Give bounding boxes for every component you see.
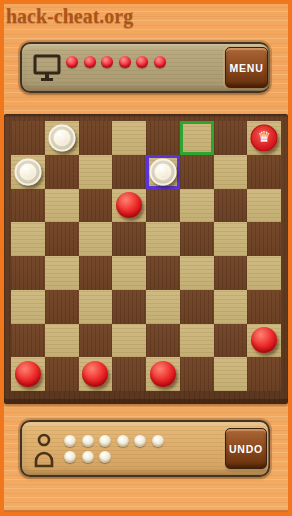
opponent-panel: MENU xyxy=(20,42,270,93)
captured-white-dot xyxy=(64,451,76,463)
square-f3[interactable] xyxy=(180,290,214,324)
white-man-b8[interactable] xyxy=(48,124,75,151)
square-d8[interactable] xyxy=(112,121,146,155)
square-h5[interactable] xyxy=(247,222,281,256)
square-a1[interactable] xyxy=(11,357,45,391)
square-b1[interactable] xyxy=(45,357,79,391)
square-c2[interactable] xyxy=(79,324,113,358)
player-captured-dots-row-1 xyxy=(64,435,164,447)
captured-red-dot xyxy=(154,56,166,68)
square-a5[interactable] xyxy=(11,222,45,256)
white-man-e7[interactable] xyxy=(149,158,176,185)
captured-white-dot xyxy=(64,435,76,447)
square-e1[interactable] xyxy=(146,357,180,391)
square-e7[interactable] xyxy=(146,155,180,189)
square-f2[interactable] xyxy=(180,324,214,358)
square-a2[interactable] xyxy=(11,324,45,358)
captured-white-dot xyxy=(82,435,94,447)
square-c7[interactable] xyxy=(79,155,113,189)
captured-white-dot xyxy=(82,451,94,463)
square-h4[interactable] xyxy=(247,256,281,290)
square-f6[interactable] xyxy=(180,189,214,223)
player-panel: UNDO xyxy=(20,420,270,477)
square-g1[interactable] xyxy=(214,357,248,391)
app-screen: hack-cheat.org MENU ♛ UNDO xyxy=(0,0,292,516)
square-g7[interactable] xyxy=(214,155,248,189)
square-g4[interactable] xyxy=(214,256,248,290)
captured-red-dot xyxy=(101,56,113,68)
captured-white-dot xyxy=(99,451,111,463)
board-grid: ♛ xyxy=(11,121,281,391)
captured-red-dot xyxy=(119,56,131,68)
square-a6[interactable] xyxy=(11,189,45,223)
square-g6[interactable] xyxy=(214,189,248,223)
undo-button[interactable]: UNDO xyxy=(225,428,267,469)
square-d6[interactable] xyxy=(112,189,146,223)
captured-red-dot xyxy=(84,56,96,68)
square-f7[interactable] xyxy=(180,155,214,189)
square-g5[interactable] xyxy=(214,222,248,256)
square-g2[interactable] xyxy=(214,324,248,358)
white-man-a7[interactable] xyxy=(14,158,41,185)
menu-button[interactable]: MENU xyxy=(225,47,268,88)
square-b6[interactable] xyxy=(45,189,79,223)
square-g8[interactable] xyxy=(214,121,248,155)
captured-white-dot xyxy=(152,435,164,447)
captured-red-dot xyxy=(136,56,148,68)
monitor-icon xyxy=(33,53,61,83)
red-man-a1[interactable] xyxy=(15,361,41,387)
square-e5[interactable] xyxy=(146,222,180,256)
captured-red-dot xyxy=(66,56,78,68)
red-man-h2[interactable] xyxy=(251,327,277,353)
square-b8[interactable] xyxy=(45,121,79,155)
square-d3[interactable] xyxy=(112,290,146,324)
square-h6[interactable] xyxy=(247,189,281,223)
captured-white-dot xyxy=(99,435,111,447)
move-target-highlight xyxy=(180,121,214,155)
square-c3[interactable] xyxy=(79,290,113,324)
square-g3[interactable] xyxy=(214,290,248,324)
square-a3[interactable] xyxy=(11,290,45,324)
captured-white-dot xyxy=(117,435,129,447)
square-a8[interactable] xyxy=(11,121,45,155)
crown-icon: ♛ xyxy=(257,130,270,145)
captured-white-dot xyxy=(134,435,146,447)
square-d4[interactable] xyxy=(112,256,146,290)
square-c4[interactable] xyxy=(79,256,113,290)
square-c1[interactable] xyxy=(79,357,113,391)
square-a4[interactable] xyxy=(11,256,45,290)
square-b4[interactable] xyxy=(45,256,79,290)
red-man-e1[interactable] xyxy=(150,361,176,387)
square-e4[interactable] xyxy=(146,256,180,290)
square-f8[interactable] xyxy=(180,121,214,155)
square-c5[interactable] xyxy=(79,222,113,256)
red-man-c1[interactable] xyxy=(82,361,108,387)
square-f1[interactable] xyxy=(180,357,214,391)
square-c8[interactable] xyxy=(79,121,113,155)
square-h3[interactable] xyxy=(247,290,281,324)
square-d1[interactable] xyxy=(112,357,146,391)
square-e3[interactable] xyxy=(146,290,180,324)
square-f5[interactable] xyxy=(180,222,214,256)
computer-captured-dots xyxy=(66,56,166,68)
square-b5[interactable] xyxy=(45,222,79,256)
red-king-h8[interactable]: ♛ xyxy=(251,124,278,151)
watermark-text: hack-cheat.org xyxy=(6,5,133,28)
square-b2[interactable] xyxy=(45,324,79,358)
square-d2[interactable] xyxy=(112,324,146,358)
square-e6[interactable] xyxy=(146,189,180,223)
square-d5[interactable] xyxy=(112,222,146,256)
square-e2[interactable] xyxy=(146,324,180,358)
player-captured-dots-row-2 xyxy=(64,451,111,463)
square-h2[interactable] xyxy=(247,324,281,358)
board-frame: ♛ xyxy=(4,114,288,404)
square-b7[interactable] xyxy=(45,155,79,189)
red-man-d6[interactable] xyxy=(116,192,142,218)
square-d7[interactable] xyxy=(112,155,146,189)
square-h8[interactable]: ♛ xyxy=(247,121,281,155)
square-e8[interactable] xyxy=(146,121,180,155)
square-f4[interactable] xyxy=(180,256,214,290)
square-h1[interactable] xyxy=(247,357,281,391)
person-icon xyxy=(33,432,55,468)
square-b3[interactable] xyxy=(45,290,79,324)
square-a7[interactable] xyxy=(11,155,45,189)
square-c6[interactable] xyxy=(79,189,113,223)
square-h7[interactable] xyxy=(247,155,281,189)
